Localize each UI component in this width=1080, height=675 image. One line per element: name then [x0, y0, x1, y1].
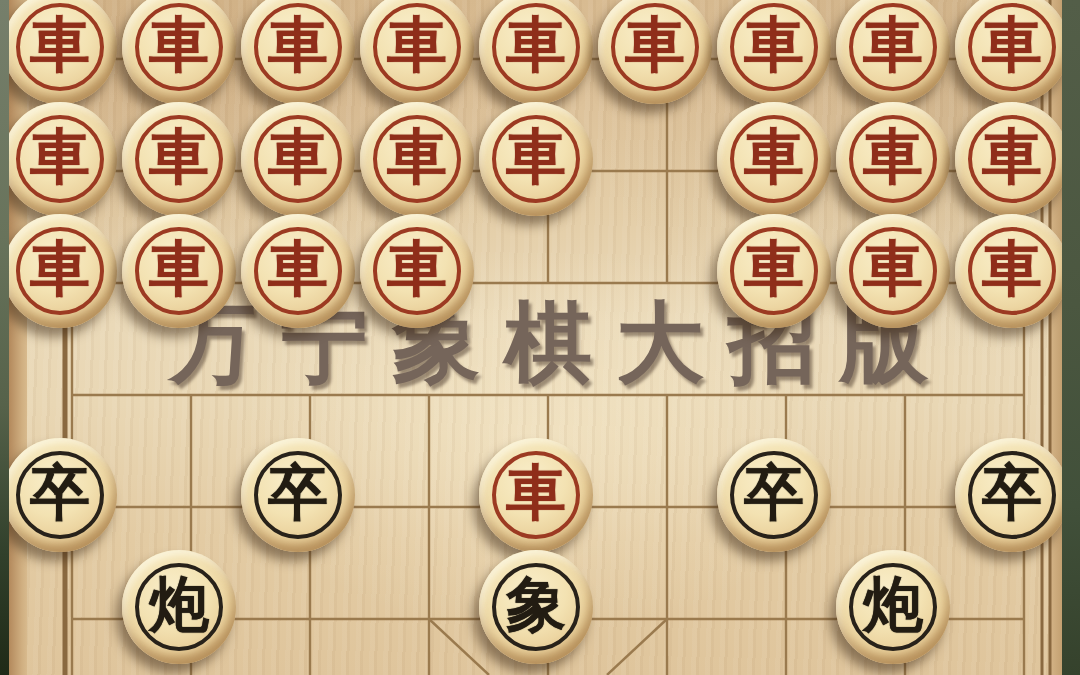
piece-red-chariot[interactable]: 車: [122, 0, 236, 104]
left-screen-edge: [0, 0, 9, 675]
piece-character: 車: [360, 0, 474, 104]
piece-red-chariot[interactable]: 車: [836, 102, 950, 216]
piece-character: 炮: [122, 550, 236, 664]
piece-character: 車: [241, 214, 355, 328]
piece-red-chariot[interactable]: 車: [360, 0, 474, 104]
piece-black-soldier[interactable]: 卒: [3, 438, 117, 552]
piece-character: 車: [955, 214, 1069, 328]
piece-character: 車: [717, 102, 831, 216]
piece-character: 車: [717, 0, 831, 104]
piece-red-chariot[interactable]: 車: [955, 214, 1069, 328]
piece-character: 車: [479, 438, 593, 552]
piece-black-soldier[interactable]: 卒: [955, 438, 1069, 552]
piece-character: 車: [360, 102, 474, 216]
piece-character: 車: [122, 0, 236, 104]
piece-red-chariot[interactable]: 車: [3, 102, 117, 216]
piece-character: 車: [360, 214, 474, 328]
piece-character: 車: [598, 0, 712, 104]
piece-red-chariot[interactable]: 車: [3, 214, 117, 328]
piece-character: 車: [122, 102, 236, 216]
piece-character: 車: [955, 0, 1069, 104]
piece-character: 車: [3, 214, 117, 328]
piece-character: 卒: [717, 438, 831, 552]
piece-character: 車: [479, 0, 593, 104]
piece-character: 卒: [241, 438, 355, 552]
piece-character: 車: [3, 102, 117, 216]
piece-red-chariot[interactable]: 車: [3, 0, 117, 104]
pieces-layer: 車車車車車車車車車車車車車車車車車車車車車車車車卒卒車卒卒炮象炮: [0, 0, 1080, 675]
piece-red-chariot[interactable]: 車: [360, 214, 474, 328]
piece-character: 卒: [955, 438, 1069, 552]
piece-character: 車: [836, 0, 950, 104]
piece-red-chariot[interactable]: 車: [241, 102, 355, 216]
piece-character: 車: [836, 102, 950, 216]
piece-character: 車: [241, 0, 355, 104]
piece-red-chariot[interactable]: 車: [479, 102, 593, 216]
piece-character: 炮: [836, 550, 950, 664]
piece-character: 車: [836, 214, 950, 328]
piece-red-chariot[interactable]: 車: [717, 214, 831, 328]
piece-character: 車: [122, 214, 236, 328]
piece-red-chariot[interactable]: 車: [836, 214, 950, 328]
piece-red-chariot[interactable]: 車: [717, 102, 831, 216]
piece-character: 象: [479, 550, 593, 664]
piece-red-chariot[interactable]: 車: [122, 214, 236, 328]
piece-red-chariot[interactable]: 車: [955, 102, 1069, 216]
right-screen-edge: [1062, 0, 1080, 675]
piece-red-chariot[interactable]: 車: [598, 0, 712, 104]
piece-character: 車: [3, 0, 117, 104]
piece-character: 卒: [3, 438, 117, 552]
piece-red-chariot[interactable]: 車: [122, 102, 236, 216]
piece-red-chariot[interactable]: 車: [241, 0, 355, 104]
piece-red-chariot[interactable]: 車: [479, 438, 593, 552]
piece-red-chariot[interactable]: 車: [717, 0, 831, 104]
piece-red-chariot[interactable]: 車: [241, 214, 355, 328]
xiangqi-app-screen: 万宁象棋大招版 車車車車車車車車車車車車車車車車車車車車車車車車卒卒車卒卒炮象炮: [0, 0, 1080, 675]
piece-black-elephant[interactable]: 象: [479, 550, 593, 664]
piece-character: 車: [717, 214, 831, 328]
piece-red-chariot[interactable]: 車: [836, 0, 950, 104]
piece-black-soldier[interactable]: 卒: [717, 438, 831, 552]
piece-character: 車: [241, 102, 355, 216]
piece-black-soldier[interactable]: 卒: [241, 438, 355, 552]
piece-character: 車: [955, 102, 1069, 216]
piece-black-cannon[interactable]: 炮: [836, 550, 950, 664]
piece-black-cannon[interactable]: 炮: [122, 550, 236, 664]
piece-red-chariot[interactable]: 車: [479, 0, 593, 104]
piece-character: 車: [479, 102, 593, 216]
piece-red-chariot[interactable]: 車: [955, 0, 1069, 104]
piece-red-chariot[interactable]: 車: [360, 102, 474, 216]
